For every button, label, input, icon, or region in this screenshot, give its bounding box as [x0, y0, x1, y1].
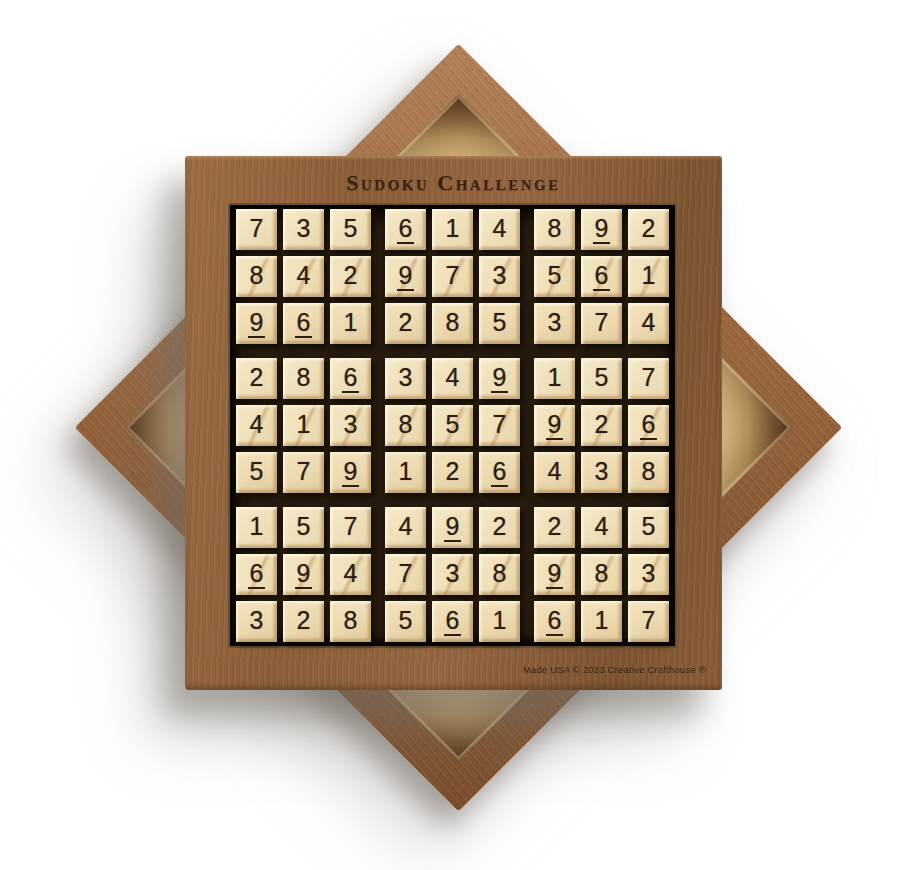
tile-digit: 9 — [397, 263, 415, 291]
tile-r9c9[interactable]: 7 — [628, 601, 669, 642]
tile-r3c3[interactable]: 1 — [330, 303, 371, 344]
tile-r2c4[interactable]: 9 — [385, 256, 426, 297]
tile-r2c1[interactable]: 8 — [236, 256, 277, 297]
tile-r2c5[interactable]: 7 — [432, 256, 473, 297]
tile-digit: 3 — [342, 412, 360, 440]
tile-digit: 4 — [546, 459, 564, 487]
tile-digit: 2 — [397, 310, 415, 338]
tile-r1c5[interactable]: 1 — [432, 209, 473, 250]
tile-digit: 6 — [444, 608, 462, 636]
tile-digit: 9 — [342, 459, 360, 487]
tile-r3c5[interactable]: 8 — [432, 303, 473, 344]
tile-r3c2[interactable]: 6 — [283, 303, 324, 344]
tile-digit: 7 — [491, 412, 509, 440]
tile-r4c9[interactable]: 7 — [628, 358, 669, 399]
tile-digit: 7 — [444, 263, 462, 291]
tile-digit: 6 — [295, 310, 313, 338]
tile-r6c5[interactable]: 2 — [432, 452, 473, 493]
tile-digit: 6 — [546, 608, 564, 636]
tile-r1c1[interactable]: 7 — [236, 209, 277, 250]
tile-r7c9[interactable]: 5 — [628, 507, 669, 548]
tile-digit: 9 — [444, 514, 462, 542]
tile-r4c3[interactable]: 6 — [330, 358, 371, 399]
board-recess: 7358429616149732858925613742864135793498… — [228, 203, 677, 648]
tile-digit: 4 — [248, 412, 266, 440]
tile-digit: 8 — [444, 310, 462, 338]
tile-r8c7[interactable]: 9 — [534, 554, 575, 595]
tile-r8c2[interactable]: 9 — [283, 554, 324, 595]
tile-r1c4[interactable]: 6 — [385, 209, 426, 250]
tile-digit: 8 — [295, 365, 313, 393]
tile-r4c4[interactable]: 3 — [385, 358, 426, 399]
tile-r2c8[interactable]: 6 — [581, 256, 622, 297]
tile-digit: 3 — [295, 216, 313, 244]
tile-r4c8[interactable]: 5 — [581, 358, 622, 399]
tile-digit: 2 — [342, 263, 360, 291]
tile-r1c9[interactable]: 2 — [628, 209, 669, 250]
tile-digit: 4 — [491, 216, 509, 244]
sudoku-board: Sudoku Challenge 73584296161497328589256… — [185, 156, 722, 690]
tile-r9c7[interactable]: 6 — [534, 601, 575, 642]
tile-digit: 6 — [248, 561, 266, 589]
tile-digit: 9 — [295, 561, 313, 589]
tile-digit: 4 — [593, 514, 611, 542]
tile-digit: 4 — [342, 561, 360, 589]
tile-digit: 4 — [640, 310, 658, 338]
tile-digit: 1 — [295, 412, 313, 440]
block-r2c1: 286413579 — [236, 358, 371, 493]
tile-digit: 8 — [640, 459, 658, 487]
tile-r1c2[interactable]: 3 — [283, 209, 324, 250]
block-r2c3: 157926438 — [534, 358, 669, 493]
tile-digit: 7 — [640, 608, 658, 636]
tile-digit: 5 — [248, 459, 266, 487]
tile-digit: 3 — [248, 608, 266, 636]
tile-r5c2[interactable]: 1 — [283, 405, 324, 446]
tile-r8c3[interactable]: 4 — [330, 554, 371, 595]
tile-r8c9[interactable]: 3 — [628, 554, 669, 595]
tile-r6c1[interactable]: 5 — [236, 452, 277, 493]
tile-digit: 2 — [295, 608, 313, 636]
tile-digit: 4 — [295, 263, 313, 291]
tile-r8c5[interactable]: 3 — [432, 554, 473, 595]
tile-digit: 3 — [397, 365, 415, 393]
tile-r5c8[interactable]: 2 — [581, 405, 622, 446]
tile-r9c2[interactable]: 2 — [283, 601, 324, 642]
tile-digit: 5 — [397, 608, 415, 636]
tile-digit: 8 — [491, 561, 509, 589]
tile-digit: 5 — [491, 310, 509, 338]
tile-digit: 7 — [295, 459, 313, 487]
tile-r8c1[interactable]: 6 — [236, 554, 277, 595]
tile-r1c6[interactable]: 4 — [479, 209, 520, 250]
tile-r1c7[interactable]: 8 — [534, 209, 575, 250]
tile-r4c6[interactable]: 9 — [479, 358, 520, 399]
tile-r7c8[interactable]: 4 — [581, 507, 622, 548]
tile-r5c7[interactable]: 9 — [534, 405, 575, 446]
tile-digit: 1 — [444, 216, 462, 244]
tile-r7c3[interactable]: 7 — [330, 507, 371, 548]
tile-r2c7[interactable]: 5 — [534, 256, 575, 297]
tile-digit: 6 — [593, 263, 611, 291]
tile-r8c6[interactable]: 8 — [479, 554, 520, 595]
tile-r3c1[interactable]: 9 — [236, 303, 277, 344]
tile-r5c4[interactable]: 8 — [385, 405, 426, 446]
tile-digit: 9 — [248, 310, 266, 338]
tile-digit: 7 — [640, 365, 658, 393]
tile-digit: 6 — [342, 365, 360, 393]
tile-digit: 1 — [593, 608, 611, 636]
board-title: Sudoku Challenge — [185, 166, 722, 200]
tile-r7c1[interactable]: 1 — [236, 507, 277, 548]
tile-digit: 3 — [640, 561, 658, 589]
tile-r7c4[interactable]: 4 — [385, 507, 426, 548]
tile-r4c7[interactable]: 1 — [534, 358, 575, 399]
tile-digit: 5 — [640, 514, 658, 542]
tile-digit: 5 — [546, 263, 564, 291]
block-r3c1: 157694328 — [236, 507, 371, 642]
tile-r9c1[interactable]: 3 — [236, 601, 277, 642]
block-r2c2: 349857126 — [385, 358, 520, 493]
tile-digit: 2 — [491, 514, 509, 542]
tile-r7c7[interactable]: 2 — [534, 507, 575, 548]
tile-r3c7[interactable]: 3 — [534, 303, 575, 344]
tile-digit: 9 — [593, 216, 611, 244]
block-r1c2: 614973285 — [385, 209, 520, 344]
tile-r3c9[interactable]: 4 — [628, 303, 669, 344]
tile-digit: 9 — [546, 412, 564, 440]
tile-digit: 7 — [342, 514, 360, 542]
tile-r6c8[interactable]: 3 — [581, 452, 622, 493]
tile-r1c3[interactable]: 5 — [330, 209, 371, 250]
tile-r5c5[interactable]: 5 — [432, 405, 473, 446]
tile-digit: 1 — [342, 310, 360, 338]
tile-digit: 1 — [248, 514, 266, 542]
tile-digit: 3 — [546, 310, 564, 338]
product-photo-stage: Sudoku Challenge 73584296161497328589256… — [0, 0, 900, 870]
tile-digit: 2 — [640, 216, 658, 244]
tile-digit: 8 — [248, 263, 266, 291]
tile-digit: 9 — [491, 365, 509, 393]
tile-r4c5[interactable]: 4 — [432, 358, 473, 399]
tile-r2c3[interactable]: 2 — [330, 256, 371, 297]
tile-digit: 5 — [295, 514, 313, 542]
tile-r7c2[interactable]: 5 — [283, 507, 324, 548]
tile-r9c3[interactable]: 8 — [330, 601, 371, 642]
tile-digit: 2 — [444, 459, 462, 487]
tile-r5c6[interactable]: 7 — [479, 405, 520, 446]
tile-digit: 1 — [640, 263, 658, 291]
tile-digit: 2 — [546, 514, 564, 542]
tile-digit: 9 — [546, 561, 564, 589]
tile-r2c2[interactable]: 4 — [283, 256, 324, 297]
tile-r6c9[interactable]: 8 — [628, 452, 669, 493]
block-r3c2: 492738561 — [385, 507, 520, 642]
tile-r1c8[interactable]: 9 — [581, 209, 622, 250]
tile-digit: 1 — [397, 459, 415, 487]
tile-r4c1[interactable]: 2 — [236, 358, 277, 399]
block-r1c3: 892561374 — [534, 209, 669, 344]
tile-r3c8[interactable]: 7 — [581, 303, 622, 344]
tile-r9c4[interactable]: 5 — [385, 601, 426, 642]
block-r3c3: 245983617 — [534, 507, 669, 642]
tile-r8c4[interactable]: 7 — [385, 554, 426, 595]
tile-digit: 7 — [397, 561, 415, 589]
tile-r2c9[interactable]: 1 — [628, 256, 669, 297]
tile-r9c8[interactable]: 1 — [581, 601, 622, 642]
tile-digit: 4 — [444, 365, 462, 393]
tile-r5c1[interactable]: 4 — [236, 405, 277, 446]
tile-digit: 1 — [546, 365, 564, 393]
tile-r9c5[interactable]: 6 — [432, 601, 473, 642]
tile-digit: 8 — [397, 412, 415, 440]
tile-r7c6[interactable]: 2 — [479, 507, 520, 548]
tile-r7c5[interactable]: 9 — [432, 507, 473, 548]
tile-digit: 7 — [248, 216, 266, 244]
tile-digit: 6 — [491, 459, 509, 487]
tile-r8c8[interactable]: 8 — [581, 554, 622, 595]
tile-digit: 4 — [397, 514, 415, 542]
tile-r2c6[interactable]: 3 — [479, 256, 520, 297]
tile-digit: 2 — [248, 365, 266, 393]
tile-r3c4[interactable]: 2 — [385, 303, 426, 344]
block-r1c1: 735842961 — [236, 209, 371, 344]
maker-mark: Made USA © 2023 Creative Crafthouse ® — [523, 664, 706, 675]
tile-digit: 5 — [342, 216, 360, 244]
tile-r5c3[interactable]: 3 — [330, 405, 371, 446]
tile-digit: 3 — [491, 263, 509, 291]
tile-digit: 3 — [444, 561, 462, 589]
tile-digit: 5 — [444, 412, 462, 440]
tile-digit: 7 — [593, 310, 611, 338]
tile-digit: 3 — [593, 459, 611, 487]
tile-r6c6[interactable]: 6 — [479, 452, 520, 493]
tile-digit: 1 — [491, 608, 509, 636]
tile-r6c4[interactable]: 1 — [385, 452, 426, 493]
sudoku-grid: 7358429616149732858925613742864135793498… — [230, 205, 675, 646]
tile-r6c7[interactable]: 4 — [534, 452, 575, 493]
tile-digit: 6 — [640, 412, 658, 440]
tile-r6c2[interactable]: 7 — [283, 452, 324, 493]
tile-r5c9[interactable]: 6 — [628, 405, 669, 446]
tile-r4c2[interactable]: 8 — [283, 358, 324, 399]
tile-digit: 8 — [593, 561, 611, 589]
tile-r6c3[interactable]: 9 — [330, 452, 371, 493]
tile-r3c6[interactable]: 5 — [479, 303, 520, 344]
tile-digit: 8 — [546, 216, 564, 244]
tile-digit: 2 — [593, 412, 611, 440]
tile-digit: 8 — [342, 608, 360, 636]
tile-digit: 5 — [593, 365, 611, 393]
tile-digit: 6 — [397, 216, 415, 244]
tile-r9c6[interactable]: 1 — [479, 601, 520, 642]
